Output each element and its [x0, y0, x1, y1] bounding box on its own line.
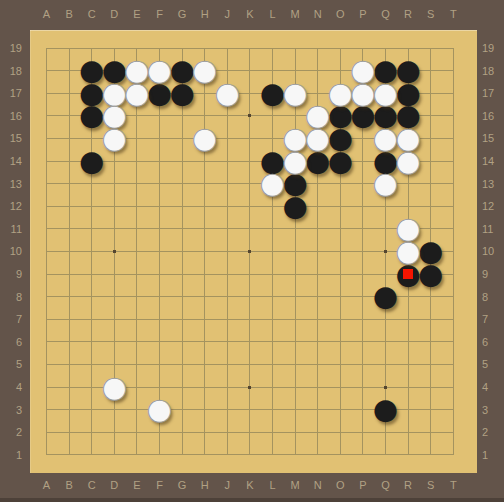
row-label-right: 15 — [482, 132, 504, 144]
col-label-top: M — [284, 8, 306, 20]
row-label-left: 9 — [0, 268, 22, 280]
row-label-right: 11 — [482, 223, 504, 235]
row-label-left: 11 — [0, 223, 22, 235]
window-bottom-edge — [0, 498, 504, 502]
col-label-top: H — [194, 8, 216, 20]
star-point — [113, 386, 116, 389]
col-label-top: K — [239, 8, 261, 20]
col-label-bottom: G — [171, 479, 193, 491]
row-label-right: 9 — [482, 268, 504, 280]
row-label-left: 5 — [0, 358, 22, 370]
row-label-left: 16 — [0, 110, 22, 122]
col-label-top: B — [58, 8, 80, 20]
col-label-bottom: D — [103, 479, 125, 491]
col-label-bottom: E — [126, 479, 148, 491]
col-label-bottom: J — [216, 479, 238, 491]
star-point — [248, 250, 251, 253]
row-label-left: 17 — [0, 87, 22, 99]
col-label-top: J — [216, 8, 238, 20]
col-label-bottom: Q — [375, 479, 397, 491]
col-label-top: A — [36, 8, 58, 20]
row-label-right: 17 — [482, 87, 504, 99]
row-label-right: 4 — [482, 381, 504, 393]
row-label-left: 12 — [0, 200, 22, 212]
col-label-bottom: L — [262, 479, 284, 491]
row-label-right: 3 — [482, 404, 504, 416]
col-label-bottom: C — [81, 479, 103, 491]
row-label-right: 5 — [482, 358, 504, 370]
row-label-left: 8 — [0, 291, 22, 303]
col-label-top: E — [126, 8, 148, 20]
row-label-right: 18 — [482, 65, 504, 77]
star-point — [384, 250, 387, 253]
row-label-right: 7 — [482, 313, 504, 325]
row-label-left: 1 — [0, 449, 22, 461]
col-label-top: Q — [375, 8, 397, 20]
row-label-left: 6 — [0, 336, 22, 348]
col-label-top: P — [352, 8, 374, 20]
row-label-right: 8 — [482, 291, 504, 303]
row-label-left: 19 — [0, 42, 22, 54]
row-label-right: 12 — [482, 200, 504, 212]
row-label-right: 1 — [482, 449, 504, 461]
row-label-right: 19 — [482, 42, 504, 54]
star-point — [384, 386, 387, 389]
row-label-right: 2 — [482, 426, 504, 438]
col-label-top: D — [103, 8, 125, 20]
star-point — [113, 250, 116, 253]
board-grid — [30, 30, 477, 473]
col-label-top: R — [397, 8, 419, 20]
row-label-left: 13 — [0, 178, 22, 190]
col-label-top: O — [329, 8, 351, 20]
col-label-top: L — [262, 8, 284, 20]
col-label-bottom: B — [58, 479, 80, 491]
row-label-right: 10 — [482, 245, 504, 257]
star-point — [113, 114, 116, 117]
col-label-bottom: A — [36, 479, 58, 491]
row-label-left: 3 — [0, 404, 22, 416]
col-label-top: C — [81, 8, 103, 20]
row-label-right: 6 — [482, 336, 504, 348]
col-label-bottom: M — [284, 479, 306, 491]
last-move-marker — [403, 269, 413, 279]
row-label-left: 15 — [0, 132, 22, 144]
star-point — [248, 386, 251, 389]
go-board[interactable]: ●●●●●●●●●●●●●●●●●●●●●●●●●●●●●●●●●●●●●●●●… — [30, 30, 477, 473]
row-label-left: 7 — [0, 313, 22, 325]
row-label-left: 4 — [0, 381, 22, 393]
col-label-top: S — [420, 8, 442, 20]
row-label-left: 18 — [0, 65, 22, 77]
col-label-bottom: F — [149, 479, 171, 491]
col-label-bottom: P — [352, 479, 374, 491]
col-label-bottom: R — [397, 479, 419, 491]
star-point — [384, 114, 387, 117]
col-label-top: G — [171, 8, 193, 20]
col-label-top: N — [307, 8, 329, 20]
row-label-right: 14 — [482, 155, 504, 167]
col-label-bottom: H — [194, 479, 216, 491]
row-label-left: 10 — [0, 245, 22, 257]
col-label-top: F — [149, 8, 171, 20]
row-label-right: 13 — [482, 178, 504, 190]
col-label-bottom: O — [329, 479, 351, 491]
col-label-bottom: S — [420, 479, 442, 491]
col-label-bottom: K — [239, 479, 261, 491]
star-point — [248, 114, 251, 117]
row-label-right: 16 — [482, 110, 504, 122]
col-label-bottom: N — [307, 479, 329, 491]
goban-frame: ●●●●●●●●●●●●●●●●●●●●●●●●●●●●●●●●●●●●●●●●… — [0, 0, 504, 502]
col-label-bottom: T — [442, 479, 464, 491]
col-label-top: T — [442, 8, 464, 20]
row-label-left: 14 — [0, 155, 22, 167]
row-label-left: 2 — [0, 426, 22, 438]
